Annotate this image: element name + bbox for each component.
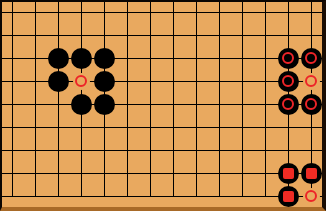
grid-line-horizontal [2, 173, 322, 174]
grid-line-vertical [35, 2, 36, 197]
red-square-mark [283, 191, 294, 202]
grid-line-vertical [150, 2, 151, 197]
grid-line-vertical [242, 2, 243, 197]
go-board-grid [2, 2, 322, 207]
red-circle-mark [282, 75, 294, 87]
grid-line-vertical [196, 2, 197, 197]
grid-line-vertical [219, 2, 220, 197]
red-circle-mark [282, 52, 294, 64]
black-stone [71, 94, 92, 115]
grid-line-vertical [58, 2, 59, 197]
red-circle-mark [305, 98, 317, 110]
black-stone [71, 48, 92, 69]
grid-line-vertical [173, 2, 174, 197]
grid-line-horizontal [2, 12, 322, 13]
grid-line-vertical [265, 2, 266, 197]
red-circle-mark [305, 52, 317, 64]
red-circle-mark-empty [75, 75, 87, 87]
grid-line-horizontal [2, 104, 322, 105]
red-square-mark [306, 168, 317, 179]
black-stone [94, 48, 115, 69]
grid-line-vertical [127, 2, 128, 197]
grid-line-horizontal [2, 127, 322, 128]
black-stone [94, 94, 115, 115]
red-square-mark [283, 168, 294, 179]
red-circle-mark-empty [305, 190, 317, 202]
red-circle-mark [282, 98, 294, 110]
black-stone [94, 71, 115, 92]
red-circle-mark-empty [305, 75, 317, 87]
grid-line-horizontal [2, 35, 322, 36]
grid-line-horizontal [2, 150, 322, 151]
black-stone [48, 48, 69, 69]
grid-line-horizontal [2, 196, 322, 197]
go-board[interactable] [0, 0, 326, 211]
black-stone [48, 71, 69, 92]
grid-line-vertical [12, 2, 13, 197]
